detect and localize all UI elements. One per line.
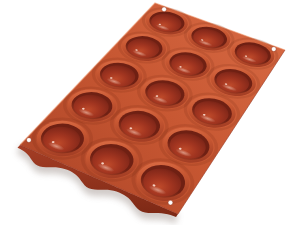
hanging-hole bbox=[168, 200, 173, 205]
hanging-hole bbox=[162, 7, 167, 12]
hanging-hole bbox=[26, 138, 31, 143]
photo-canvas bbox=[0, 0, 300, 225]
render-root bbox=[17, 3, 285, 224]
mould-photo bbox=[0, 0, 300, 225]
hanging-hole bbox=[271, 47, 276, 52]
